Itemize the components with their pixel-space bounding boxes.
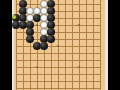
stone-black xyxy=(26,35,34,43)
grid-line-vertical xyxy=(86,0,87,90)
letterbox-left xyxy=(0,0,12,90)
grid-line-horizontal xyxy=(16,53,101,54)
grid-line-vertical xyxy=(93,0,94,90)
stone-black xyxy=(40,42,48,50)
grid-line-horizontal xyxy=(16,74,101,75)
go-board[interactable] xyxy=(12,0,108,90)
star-point xyxy=(78,66,80,68)
grid-line-horizontal xyxy=(16,67,101,68)
letterbox-right xyxy=(108,0,120,90)
star-point xyxy=(36,24,38,26)
grid-line-horizontal xyxy=(16,81,101,82)
star-point xyxy=(36,66,38,68)
grid-line-vertical xyxy=(72,0,73,90)
grid-line-vertical xyxy=(65,0,66,90)
star-point xyxy=(57,45,59,47)
star-point xyxy=(78,24,80,26)
grid-line-vertical xyxy=(100,0,101,90)
screenshot-root xyxy=(0,0,120,90)
grid-line-horizontal xyxy=(16,88,101,89)
grid-line-horizontal xyxy=(16,60,101,61)
stone-black xyxy=(47,35,55,43)
grid-line-vertical xyxy=(79,0,80,90)
last-move-marker xyxy=(12,15,16,19)
